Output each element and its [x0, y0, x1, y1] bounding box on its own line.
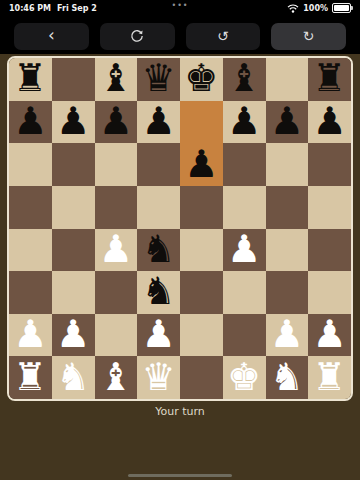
square-g5[interactable] — [266, 186, 309, 229]
square-g2[interactable]: ♟ — [266, 314, 309, 357]
undo-icon: ↺ — [217, 23, 229, 50]
square-h6[interactable] — [308, 143, 351, 186]
square-g4[interactable] — [266, 229, 309, 272]
square-a6[interactable] — [9, 143, 52, 186]
piece-white-knight: ♞ — [56, 358, 90, 396]
screen: 10:46 PM Fri Sep 2 ••• 100% ‹ — [0, 0, 360, 480]
square-d6[interactable] — [137, 143, 180, 186]
piece-black-queen: ♛ — [142, 59, 176, 97]
piece-black-king: ♚ — [184, 59, 218, 97]
piece-white-knight: ♞ — [270, 358, 304, 396]
back-chevron-icon: ‹ — [48, 22, 55, 49]
square-c2[interactable] — [95, 314, 138, 357]
square-d4[interactable]: ♞ — [137, 229, 180, 272]
multitask-dots[interactable]: ••• — [0, 1, 360, 10]
square-c4[interactable]: ♟ — [95, 229, 138, 272]
piece-black-knight: ♞ — [142, 230, 176, 268]
square-h8[interactable]: ♜ — [308, 58, 351, 101]
turn-status-label: Your turn — [0, 405, 360, 418]
square-h1[interactable]: ♜ — [308, 356, 351, 399]
square-d7[interactable]: ♟ — [137, 101, 180, 144]
redo-button[interactable]: ↻ — [271, 23, 346, 50]
square-c3[interactable] — [95, 271, 138, 314]
square-c6[interactable] — [95, 143, 138, 186]
piece-black-pawn: ♟ — [13, 102, 47, 140]
square-e5[interactable] — [180, 186, 223, 229]
square-g8[interactable] — [266, 58, 309, 101]
square-b3[interactable] — [52, 271, 95, 314]
rotate-board-button[interactable] — [100, 23, 175, 50]
square-e6[interactable]: ♟ — [180, 143, 223, 186]
redo-icon: ↻ — [303, 23, 315, 50]
piece-white-pawn: ♟ — [270, 315, 304, 353]
home-indicator[interactable] — [128, 474, 232, 477]
square-d8[interactable]: ♛ — [137, 58, 180, 101]
piece-white-rook: ♜ — [313, 358, 347, 396]
status-bar: 10:46 PM Fri Sep 2 ••• 100% — [0, 0, 360, 16]
piece-black-rook: ♜ — [13, 59, 47, 97]
square-g3[interactable] — [266, 271, 309, 314]
square-f3[interactable] — [223, 271, 266, 314]
back-button[interactable]: ‹ — [14, 23, 89, 50]
piece-black-pawn: ♟ — [313, 102, 347, 140]
square-a7[interactable]: ♟ — [9, 101, 52, 144]
piece-white-rook: ♜ — [13, 358, 47, 396]
square-c5[interactable] — [95, 186, 138, 229]
square-b1[interactable]: ♞ — [52, 356, 95, 399]
piece-white-pawn: ♟ — [142, 315, 176, 353]
piece-white-pawn: ♟ — [99, 230, 133, 268]
square-h5[interactable] — [308, 186, 351, 229]
square-e8[interactable]: ♚ — [180, 58, 223, 101]
battery-icon — [332, 3, 351, 13]
toolbar: ‹ ↺ ↻ — [0, 21, 360, 51]
square-e3[interactable] — [180, 271, 223, 314]
square-a8[interactable]: ♜ — [9, 58, 52, 101]
piece-white-pawn: ♟ — [227, 230, 261, 268]
piece-white-pawn: ♟ — [313, 315, 347, 353]
square-d5[interactable] — [137, 186, 180, 229]
square-e7[interactable] — [180, 101, 223, 144]
square-g6[interactable] — [266, 143, 309, 186]
square-d1[interactable]: ♛ — [137, 356, 180, 399]
undo-button[interactable]: ↺ — [186, 23, 261, 50]
square-e1[interactable] — [180, 356, 223, 399]
piece-white-bishop: ♝ — [99, 358, 133, 396]
square-f1[interactable]: ♚ — [223, 356, 266, 399]
square-b8[interactable] — [52, 58, 95, 101]
square-d3[interactable]: ♞ — [137, 271, 180, 314]
square-f5[interactable] — [223, 186, 266, 229]
square-e4[interactable] — [180, 229, 223, 272]
square-a4[interactable] — [9, 229, 52, 272]
piece-black-knight: ♞ — [142, 272, 176, 310]
square-f7[interactable]: ♟ — [223, 101, 266, 144]
square-a1[interactable]: ♜ — [9, 356, 52, 399]
square-b6[interactable] — [52, 143, 95, 186]
square-f4[interactable]: ♟ — [223, 229, 266, 272]
square-c7[interactable]: ♟ — [95, 101, 138, 144]
square-g1[interactable]: ♞ — [266, 356, 309, 399]
square-h7[interactable]: ♟ — [308, 101, 351, 144]
square-b7[interactable]: ♟ — [52, 101, 95, 144]
square-a5[interactable] — [9, 186, 52, 229]
piece-white-king: ♚ — [227, 358, 261, 396]
square-f8[interactable]: ♝ — [223, 58, 266, 101]
square-d2[interactable]: ♟ — [137, 314, 180, 357]
square-h4[interactable] — [308, 229, 351, 272]
rotate-icon — [130, 29, 144, 43]
chess-board: ♜♝♛♚♝♜♟♟♟♟♟♟♟♟♟♞♟♞♟♟♟♟♟♜♞♝♛♚♞♜ — [7, 56, 353, 401]
square-a3[interactable] — [9, 271, 52, 314]
square-b5[interactable] — [52, 186, 95, 229]
square-c8[interactable]: ♝ — [95, 58, 138, 101]
piece-black-pawn: ♟ — [142, 102, 176, 140]
piece-white-pawn: ♟ — [13, 315, 47, 353]
piece-white-queen: ♛ — [142, 358, 176, 396]
piece-black-pawn: ♟ — [56, 102, 90, 140]
square-h3[interactable] — [308, 271, 351, 314]
square-a2[interactable]: ♟ — [9, 314, 52, 357]
square-f2[interactable] — [223, 314, 266, 357]
square-b4[interactable] — [52, 229, 95, 272]
piece-black-rook: ♜ — [313, 59, 347, 97]
square-c1[interactable]: ♝ — [95, 356, 138, 399]
piece-black-bishop: ♝ — [99, 59, 133, 97]
piece-black-pawn: ♟ — [227, 102, 261, 140]
piece-white-pawn: ♟ — [56, 315, 90, 353]
piece-black-bishop: ♝ — [227, 59, 261, 97]
square-f6[interactable] — [223, 143, 266, 186]
square-e2[interactable] — [180, 314, 223, 357]
square-g7[interactable]: ♟ — [266, 101, 309, 144]
piece-black-pawn: ♟ — [184, 145, 218, 183]
piece-black-pawn: ♟ — [270, 102, 304, 140]
piece-black-pawn: ♟ — [99, 102, 133, 140]
square-h2[interactable]: ♟ — [308, 314, 351, 357]
square-b2[interactable]: ♟ — [52, 314, 95, 357]
